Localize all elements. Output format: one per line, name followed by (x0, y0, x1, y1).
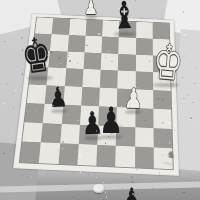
square-e5[interactable] (100, 70, 118, 89)
square-d4[interactable] (81, 87, 100, 106)
square-g7[interactable] (136, 38, 153, 55)
square-c7[interactable] (67, 35, 85, 52)
square-f7[interactable] (118, 37, 135, 54)
square-b8[interactable] (52, 18, 70, 35)
white-king-h5[interactable]: ♚ (151, 37, 185, 87)
square-f6[interactable] (118, 54, 136, 72)
offboard-black-pawn[interactable]: ♟ (124, 185, 139, 200)
black-bishop-f7[interactable]: ♝ (111, 0, 137, 35)
square-c5[interactable] (64, 68, 83, 87)
square-g6[interactable] (135, 54, 152, 72)
white-pawn-f3[interactable]: ♟ (124, 85, 144, 113)
square-c6[interactable] (66, 51, 84, 69)
square-d6[interactable] (83, 52, 101, 70)
square-h3[interactable] (153, 109, 172, 129)
square-a2[interactable] (22, 122, 43, 143)
square-b7[interactable] (50, 34, 68, 51)
black-pawn-e2[interactable]: ♟ (99, 102, 123, 138)
square-c2[interactable] (60, 124, 80, 145)
square-b2[interactable] (41, 123, 61, 144)
offboard-white-pawn[interactable] (93, 184, 105, 193)
square-e7[interactable] (101, 36, 119, 53)
square-d8[interactable] (85, 20, 103, 37)
square-d1[interactable] (77, 144, 97, 166)
square-a4[interactable] (27, 84, 47, 103)
square-a1[interactable] (20, 142, 41, 163)
square-a3[interactable] (25, 103, 45, 123)
white-pawn-d8[interactable]: ♟ (84, 0, 98, 18)
square-d5[interactable] (82, 69, 101, 88)
square-c1[interactable] (58, 143, 78, 164)
square-g1[interactable] (135, 147, 154, 169)
square-d7[interactable] (84, 36, 102, 53)
chessboard-photo-scene: Chess ♞ chess ♟♝♚♚♟♟♟♟ ♟ (0, 0, 200, 200)
square-e6[interactable] (101, 53, 119, 71)
square-c8[interactable] (69, 19, 87, 36)
square-b1[interactable] (39, 143, 60, 164)
square-g8[interactable] (136, 22, 153, 39)
square-e1[interactable] (96, 145, 116, 167)
black-pawn-b3[interactable]: ♟ (48, 84, 68, 112)
square-h2[interactable] (153, 128, 172, 149)
square-f1[interactable] (115, 146, 134, 168)
square-g2[interactable] (135, 127, 154, 148)
square-h4[interactable] (153, 90, 171, 109)
